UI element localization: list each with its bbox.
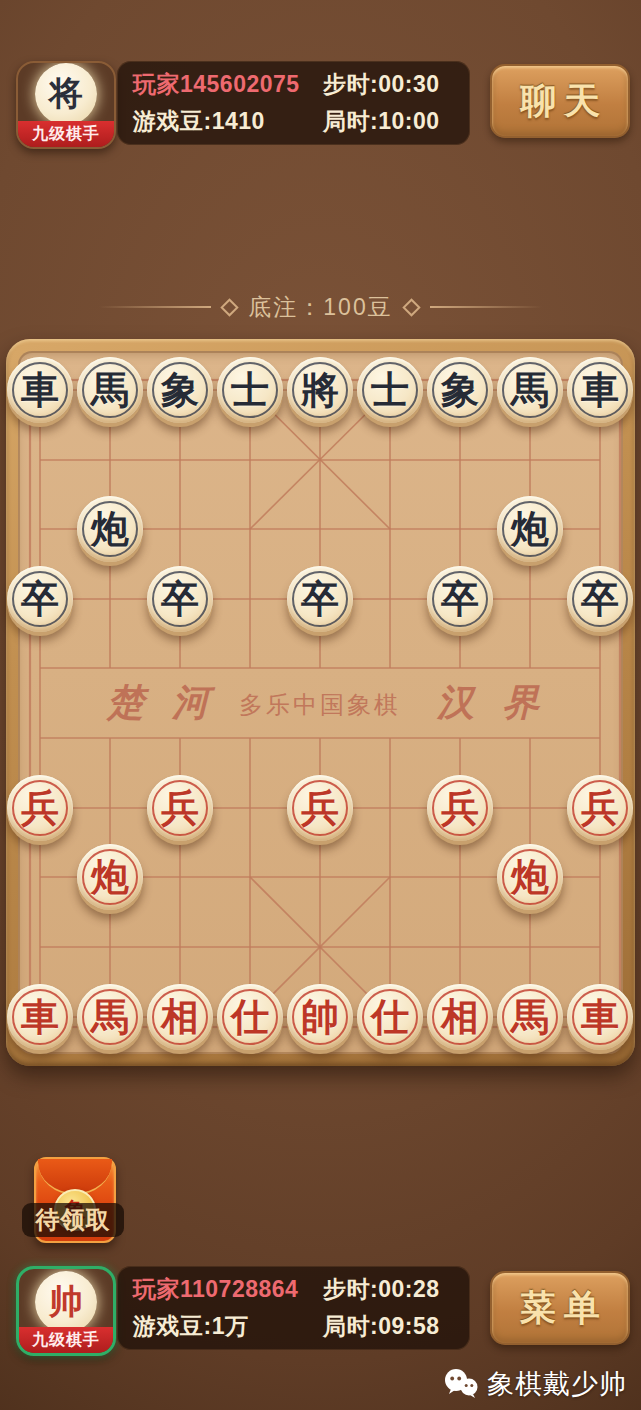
piece-red-兵[interactable]: 兵 [427,775,493,841]
player-beans: 游戏豆:1万 [133,1311,323,1342]
reward-label: 待领取 [22,1203,124,1237]
piece-red-仕[interactable]: 仕 [217,984,283,1050]
piece-red-兵[interactable]: 兵 [567,775,633,841]
piece-black-士[interactable]: 士 [357,357,423,423]
step-time-value: 00:28 [378,1276,439,1302]
piece-black-炮[interactable]: 炮 [497,496,563,562]
opponent-rank-badge: 九级棋手 [18,121,114,147]
piece-glyph: 炮 [77,496,143,562]
xiangqi-board[interactable]: 楚河 多乐中国象棋 汉界 車馬象士將士象馬車炮炮卒卒卒卒卒兵兵兵兵兵炮炮車馬相仕… [6,339,635,1066]
stake-diamond-right [402,298,420,316]
piece-glyph: 卒 [427,566,493,632]
river-text-chu-he: 楚河 [79,678,237,728]
piece-glyph: 兵 [427,775,493,841]
beans-value: 1410 [212,108,265,134]
piece-red-車[interactable]: 車 [567,984,633,1050]
piece-glyph: 卒 [7,566,73,632]
piece-black-馬[interactable]: 馬 [497,357,563,423]
piece-glyph: 馬 [77,357,143,423]
piece-red-炮[interactable]: 炮 [77,844,143,910]
wechat-icon [443,1368,479,1400]
piece-glyph: 卒 [567,566,633,632]
piece-black-卒[interactable]: 卒 [287,566,353,632]
piece-black-車[interactable]: 車 [7,357,73,423]
piece-red-帥[interactable]: 帥 [287,984,353,1050]
game-time-label: 局时: [323,1313,378,1339]
piece-red-相[interactable]: 相 [427,984,493,1050]
player-avatar-piece: 帅 [49,1285,83,1319]
piece-black-卒[interactable]: 卒 [427,566,493,632]
opponent-info-panel: 玩家145602075 步时:00:30 游戏豆:1410 局时:10:00 [117,61,470,145]
piece-red-馬[interactable]: 馬 [77,984,143,1050]
piece-black-象[interactable]: 象 [427,357,493,423]
beans-value: 1万 [212,1313,249,1339]
piece-glyph: 炮 [77,844,143,910]
player-rank-badge: 九级棋手 [19,1327,113,1353]
step-time-label: 步时: [323,71,378,97]
piece-red-兵[interactable]: 兵 [147,775,213,841]
piece-glyph: 馬 [77,984,143,1050]
piece-red-車[interactable]: 車 [7,984,73,1050]
player-step-time: 步时:00:28 [323,1274,454,1305]
piece-black-卒[interactable]: 卒 [147,566,213,632]
step-time-value: 00:30 [378,71,439,97]
beans-label: 游戏豆: [133,108,212,134]
stake-banner: 底注：100豆 [0,292,641,322]
piece-glyph: 車 [7,357,73,423]
opponent-avatar[interactable]: 将 九级棋手 [16,61,116,149]
piece-glyph: 馬 [497,984,563,1050]
channel-watermark: 象棋戴少帅 [443,1366,627,1402]
step-time-label: 步时: [323,1276,378,1302]
river-text-han-jie: 汉界 [409,678,567,728]
player-name: 玩家110728864 [133,1274,323,1305]
piece-red-仕[interactable]: 仕 [357,984,423,1050]
piece-glyph: 士 [357,357,423,423]
piece-glyph: 馬 [497,357,563,423]
game-time-label: 局时: [323,108,378,134]
piece-glyph: 兵 [287,775,353,841]
menu-button[interactable]: 菜单 [490,1271,630,1345]
opponent-beans: 游戏豆:1410 [133,106,323,137]
stake-label: 底注：100豆 [248,292,392,323]
piece-glyph: 仕 [217,984,283,1050]
piece-red-兵[interactable]: 兵 [7,775,73,841]
stake-divider-line-right [430,306,542,308]
piece-glyph: 車 [567,984,633,1050]
opponent-avatar-piece: 将 [49,77,83,111]
piece-glyph: 仕 [357,984,423,1050]
stake-divider-line-left [99,306,211,308]
piece-black-車[interactable]: 車 [567,357,633,423]
piece-glyph: 炮 [497,496,563,562]
piece-glyph: 象 [427,357,493,423]
piece-red-炮[interactable]: 炮 [497,844,563,910]
piece-glyph: 兵 [147,775,213,841]
piece-glyph: 相 [147,984,213,1050]
game-screen: 将 九级棋手 玩家145602075 步时:00:30 游戏豆:1410 局时:… [0,0,641,1410]
piece-glyph: 相 [427,984,493,1050]
piece-black-將[interactable]: 將 [287,357,353,423]
piece-black-卒[interactable]: 卒 [7,566,73,632]
chat-button[interactable]: 聊天 [490,64,630,138]
piece-glyph: 帥 [287,984,353,1050]
piece-glyph: 炮 [497,844,563,910]
piece-glyph: 象 [147,357,213,423]
piece-black-炮[interactable]: 炮 [77,496,143,562]
piece-red-兵[interactable]: 兵 [287,775,353,841]
opponent-step-time: 步时:00:30 [323,69,454,100]
board-play-area: 楚河 多乐中国象棋 汉界 [18,351,623,1054]
stake-diamond-left [221,298,239,316]
game-time-value: 09:58 [378,1313,439,1339]
piece-black-士[interactable]: 士 [217,357,283,423]
river-brand-text: 多乐中国象棋 [239,689,401,721]
piece-black-馬[interactable]: 馬 [77,357,143,423]
piece-glyph: 士 [217,357,283,423]
beans-label: 游戏豆: [133,1313,212,1339]
piece-glyph: 車 [7,984,73,1050]
piece-glyph: 車 [567,357,633,423]
opponent-avatar-piece-disc: 将 [35,63,97,125]
opponent-name: 玩家145602075 [133,69,323,100]
piece-glyph: 卒 [287,566,353,632]
piece-red-相[interactable]: 相 [147,984,213,1050]
piece-glyph: 兵 [7,775,73,841]
game-time-value: 10:00 [378,108,439,134]
piece-red-馬[interactable]: 馬 [497,984,563,1050]
piece-glyph: 將 [287,357,353,423]
piece-black-象[interactable]: 象 [147,357,213,423]
player-avatar-piece-disc: 帅 [35,1271,97,1333]
player-game-time: 局时:09:58 [323,1311,454,1342]
piece-black-卒[interactable]: 卒 [567,566,633,632]
watermark-text: 象棋戴少帅 [487,1366,627,1402]
piece-glyph: 兵 [567,775,633,841]
player-info-panel: 玩家110728864 步时:00:28 游戏豆:1万 局时:09:58 [117,1266,470,1350]
player-avatar[interactable]: 帅 九级棋手 [16,1266,116,1356]
opponent-game-time: 局时:10:00 [323,106,454,137]
piece-glyph: 卒 [147,566,213,632]
